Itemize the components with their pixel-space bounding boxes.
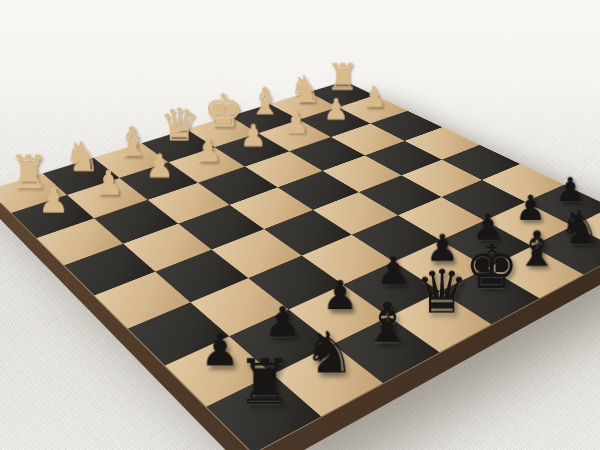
photo-scene: ♜♞♝♛♚♝♞♜♟♟♟♟♟♟♟♟♟♟♟♟♟♟♟♟♜♞♝♛♚♝♞♜ (0, 0, 600, 450)
chess-board-3d: ♜♞♝♛♚♝♞♜♟♟♟♟♟♟♟♟♟♟♟♟♟♟♟♟♜♞♝♛♚♝♞♜ (0, 81, 600, 450)
piece-white-pawn: ♟ (131, 150, 188, 181)
piece-white-pawn: ♟ (79, 167, 138, 199)
piece-white-pawn: ♟ (23, 184, 84, 217)
chess-board: ♜♞♝♛♚♝♞♜♟♟♟♟♟♟♟♟♟♟♟♟♟♟♟♟♜♞♝♛♚♝♞♜ (0, 81, 600, 450)
piece-white-pawn: ♟ (180, 135, 235, 165)
piece-black-rook: ♜ (224, 353, 306, 413)
